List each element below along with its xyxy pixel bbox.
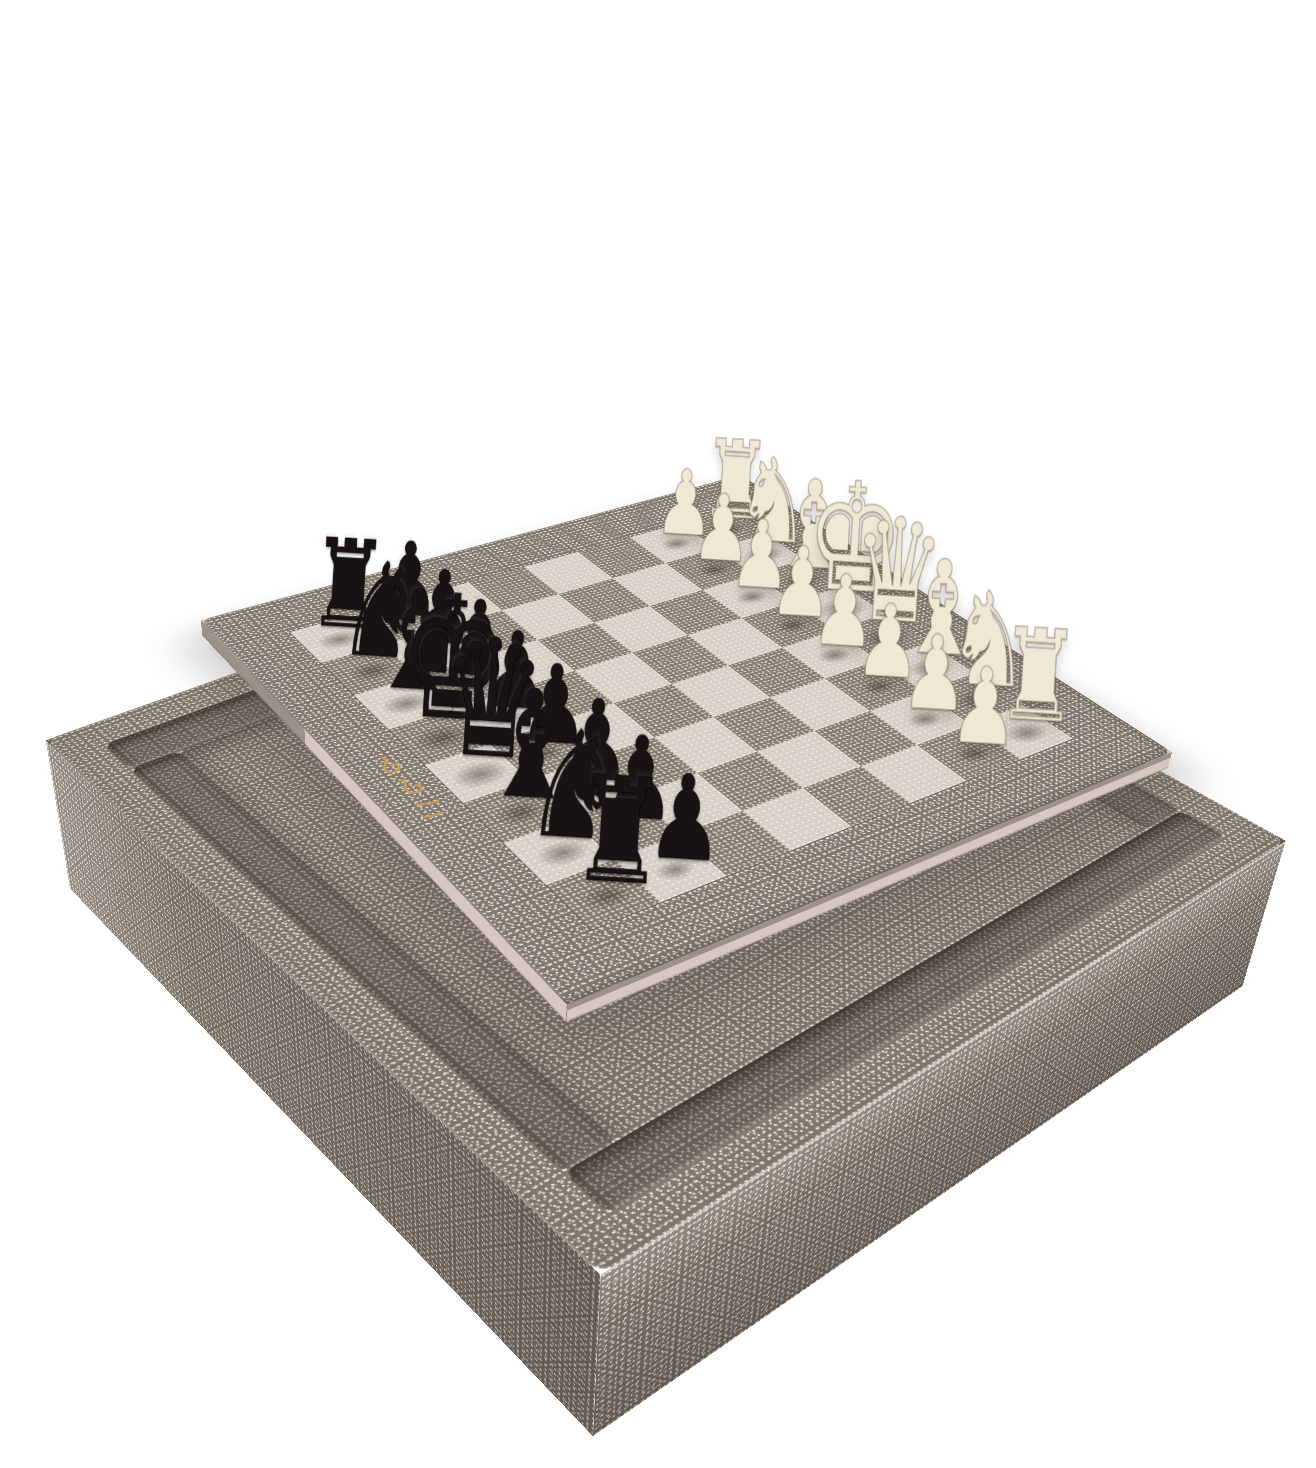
scene-rotation-wrapper: ♜♟♟♜♞♟♟♞♝♟♟♝♚♟♟♚♛♟♟♛♝♟♟♝♞♟♟♞♜♟♟♜	[0, 0, 1316, 1468]
piece-glyph: ♜	[527, 752, 711, 909]
product-photo-scene: ♜♟♟♜♞♟♟♞♝♟♟♝♚♟♟♚♛♟♟♛♝♟♟♝♞♟♟♞♜♟♟♜	[0, 0, 1316, 1468]
